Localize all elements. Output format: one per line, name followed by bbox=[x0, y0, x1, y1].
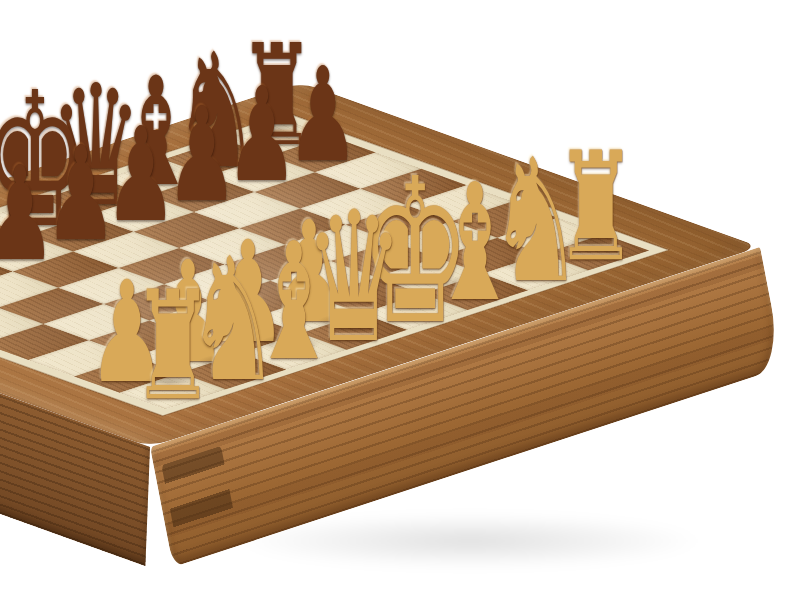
chess-set-photo: ♚♛♝♞♜♟♟♟♟♟♟♟♟♟♟♜♞♝♛♚♝♞♜ bbox=[0, 0, 800, 594]
piece-black-pawn-c7[interactable]: ♟ bbox=[0, 149, 57, 279]
piece-white-rook-a1[interactable]: ♜ bbox=[131, 271, 214, 421]
pieces-layer: ♚♛♝♞♜♟♟♟♟♟♟♟♟♟♟♜♞♝♛♚♝♞♜ bbox=[0, 0, 800, 594]
